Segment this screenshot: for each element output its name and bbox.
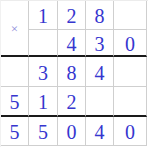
cell-r4c4 xyxy=(86,87,114,117)
cell-r4c5 xyxy=(114,87,147,117)
cell-r2c3: 4 xyxy=(58,30,86,57)
cell-r4c3: 2 xyxy=(58,87,86,117)
cell-r3c4: 4 xyxy=(86,57,114,87)
cell-r3c1 xyxy=(1,57,29,87)
cell-r5c3: 0 xyxy=(58,117,86,146)
cell-r5c1: 5 xyxy=(1,117,29,146)
cell-r3c3: 8 xyxy=(58,57,86,87)
cell-r1c5 xyxy=(114,1,147,30)
cell-r5c4: 4 xyxy=(86,117,114,146)
cell-r5c2: 5 xyxy=(29,117,58,146)
cell-r3c5 xyxy=(114,57,147,87)
multiplication-worksheet: × 1 2 8 4 3 0 3 8 4 5 1 2 5 5 0 4 0 xyxy=(0,0,150,147)
cell-r1c2: 1 xyxy=(29,1,58,30)
cell-r3c2: 3 xyxy=(29,57,58,87)
cell-r2c5: 0 xyxy=(114,30,147,57)
cell-r1c4: 8 xyxy=(86,1,114,30)
multiplication-sign: × xyxy=(1,1,29,57)
cell-r2c4: 3 xyxy=(86,30,114,57)
cell-r4c1: 5 xyxy=(1,87,29,117)
cell-r5c5: 0 xyxy=(114,117,147,146)
cell-r4c2: 1 xyxy=(29,87,58,117)
cell-r2c2 xyxy=(29,30,58,57)
cell-r1c3: 2 xyxy=(58,1,86,30)
multiplication-grid: × 1 2 8 4 3 0 3 8 4 5 1 2 5 5 0 4 0 xyxy=(0,0,148,147)
